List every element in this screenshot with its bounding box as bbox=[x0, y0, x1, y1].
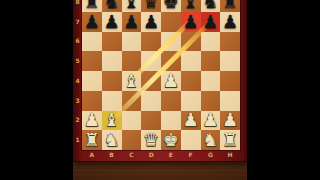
square-e3[interactable] bbox=[161, 91, 181, 111]
square-h5[interactable] bbox=[220, 51, 240, 71]
square-b6[interactable] bbox=[102, 32, 122, 52]
square-h3[interactable] bbox=[220, 91, 240, 111]
piece-white-queen-d1[interactable]: ♛ bbox=[141, 130, 161, 150]
pillarbox-right bbox=[247, 0, 320, 180]
file-label-H: H bbox=[224, 151, 236, 158]
file-label-C: C bbox=[125, 151, 137, 158]
piece-white-rook-h1[interactable]: ♜ bbox=[220, 130, 240, 150]
piece-black-pawn-b7[interactable]: ♟ bbox=[102, 12, 122, 32]
square-c4[interactable]: ♝ bbox=[122, 71, 142, 91]
square-b7[interactable]: ♟ bbox=[102, 12, 122, 32]
square-g3[interactable] bbox=[201, 91, 221, 111]
square-f1[interactable] bbox=[181, 130, 201, 150]
video-content: ♜♞♝♛♚♝♞♜♟♟♟♟♟♟♟♝♟♟♝♟♟♟♜♞♛♚♞♜ 87654321ABC… bbox=[73, 0, 249, 180]
piece-black-rook-h8[interactable]: ♜ bbox=[220, 0, 240, 12]
piece-black-knight-g8[interactable]: ♞ bbox=[201, 0, 221, 12]
square-g5[interactable] bbox=[201, 51, 221, 71]
board-frame: ♜♞♝♛♚♝♞♜♟♟♟♟♟♟♟♝♟♟♝♟♟♟♜♞♛♚♞♜ 87654321ABC… bbox=[73, 0, 249, 162]
square-f8[interactable]: ♝ bbox=[181, 0, 201, 12]
square-f4[interactable] bbox=[181, 71, 201, 91]
square-d1[interactable]: ♛ bbox=[141, 130, 161, 150]
square-h4[interactable] bbox=[220, 71, 240, 91]
piece-white-pawn-e4[interactable]: ♟ bbox=[161, 71, 181, 91]
piece-black-bishop-f8[interactable]: ♝ bbox=[181, 0, 201, 12]
square-f2[interactable]: ♟ bbox=[181, 111, 201, 131]
piece-black-knight-b8[interactable]: ♞ bbox=[102, 0, 122, 12]
piece-white-rook-a1[interactable]: ♜ bbox=[82, 130, 102, 150]
rank-label-4: 4 bbox=[73, 77, 82, 84]
square-f7[interactable]: ♟ bbox=[181, 12, 201, 32]
piece-black-rook-a8[interactable]: ♜ bbox=[82, 0, 102, 12]
piece-black-pawn-h7[interactable]: ♟ bbox=[220, 12, 240, 32]
piece-black-pawn-g7[interactable]: ♟ bbox=[201, 12, 221, 32]
square-a5[interactable] bbox=[82, 51, 102, 71]
square-d8[interactable]: ♛ bbox=[141, 0, 161, 12]
square-e1[interactable]: ♚ bbox=[161, 130, 181, 150]
piece-black-pawn-f7[interactable]: ♟ bbox=[181, 12, 201, 32]
piece-black-king-e8[interactable]: ♚ bbox=[161, 0, 181, 12]
piece-white-pawn-g2[interactable]: ♟ bbox=[201, 111, 221, 131]
square-b1[interactable]: ♞ bbox=[102, 130, 122, 150]
square-c6[interactable] bbox=[122, 32, 142, 52]
square-d3[interactable] bbox=[141, 91, 161, 111]
square-h8[interactable]: ♜ bbox=[220, 0, 240, 12]
piece-white-knight-b1[interactable]: ♞ bbox=[102, 130, 122, 150]
piece-white-pawn-f2[interactable]: ♟ bbox=[181, 111, 201, 131]
file-label-A: A bbox=[86, 151, 98, 158]
piece-white-king-e1[interactable]: ♚ bbox=[161, 130, 181, 150]
rank-label-6: 6 bbox=[73, 37, 82, 44]
square-c7[interactable]: ♟ bbox=[122, 12, 142, 32]
file-label-D: D bbox=[145, 151, 157, 158]
square-h6[interactable] bbox=[220, 32, 240, 52]
square-g1[interactable]: ♞ bbox=[201, 130, 221, 150]
rank-label-8: 8 bbox=[73, 0, 82, 5]
file-label-E: E bbox=[165, 151, 177, 158]
square-h1[interactable]: ♜ bbox=[220, 130, 240, 150]
square-b3[interactable] bbox=[102, 91, 122, 111]
piece-black-bishop-c8[interactable]: ♝ bbox=[122, 0, 142, 12]
square-h7[interactable]: ♟ bbox=[220, 12, 240, 32]
square-b4[interactable] bbox=[102, 71, 122, 91]
square-e8[interactable]: ♚ bbox=[161, 0, 181, 12]
square-g2[interactable]: ♟ bbox=[201, 111, 221, 131]
square-g7[interactable]: ♟ bbox=[201, 12, 221, 32]
file-label-G: G bbox=[204, 151, 216, 158]
piece-white-pawn-h2[interactable]: ♟ bbox=[220, 111, 240, 131]
square-a7[interactable]: ♟ bbox=[82, 12, 102, 32]
square-c8[interactable]: ♝ bbox=[122, 0, 142, 12]
piece-white-pawn-a2[interactable]: ♟ bbox=[82, 111, 102, 131]
chess-board[interactable]: ♜♞♝♛♚♝♞♜♟♟♟♟♟♟♟♝♟♟♝♟♟♟♜♞♛♚♞♜ bbox=[82, 0, 240, 150]
piece-black-queen-d8[interactable]: ♛ bbox=[141, 0, 161, 12]
square-f5[interactable] bbox=[181, 51, 201, 71]
square-a1[interactable]: ♜ bbox=[82, 130, 102, 150]
file-label-B: B bbox=[106, 151, 118, 158]
piece-white-bishop-c4[interactable]: ♝ bbox=[122, 71, 142, 91]
file-label-F: F bbox=[185, 151, 197, 158]
square-h2[interactable]: ♟ bbox=[220, 111, 240, 131]
pillarbox-left bbox=[0, 0, 73, 180]
square-a8[interactable]: ♜ bbox=[82, 0, 102, 12]
square-c1[interactable] bbox=[122, 130, 142, 150]
piece-black-pawn-a7[interactable]: ♟ bbox=[82, 12, 102, 32]
square-a6[interactable] bbox=[82, 32, 102, 52]
square-c2[interactable] bbox=[122, 111, 142, 131]
square-a2[interactable]: ♟ bbox=[82, 111, 102, 131]
rank-label-5: 5 bbox=[73, 57, 82, 64]
square-g4[interactable] bbox=[201, 71, 221, 91]
piece-white-bishop-b2[interactable]: ♝ bbox=[102, 111, 122, 131]
rank-label-3: 3 bbox=[73, 97, 82, 104]
square-e2[interactable] bbox=[161, 111, 181, 131]
square-d7[interactable]: ♟ bbox=[141, 12, 161, 32]
rank-label-2: 2 bbox=[73, 116, 82, 123]
square-g6[interactable] bbox=[201, 32, 221, 52]
piece-black-pawn-c7[interactable]: ♟ bbox=[122, 12, 142, 32]
piece-black-pawn-d7[interactable]: ♟ bbox=[141, 12, 161, 32]
square-a3[interactable] bbox=[82, 91, 102, 111]
piece-white-knight-g1[interactable]: ♞ bbox=[201, 130, 221, 150]
square-d2[interactable] bbox=[141, 111, 161, 131]
rank-label-1: 1 bbox=[73, 136, 82, 143]
square-b5[interactable] bbox=[102, 51, 122, 71]
square-b8[interactable]: ♞ bbox=[102, 0, 122, 12]
rank-label-7: 7 bbox=[73, 18, 82, 25]
square-e4[interactable]: ♟ bbox=[161, 71, 181, 91]
square-a4[interactable] bbox=[82, 71, 102, 91]
square-g8[interactable]: ♞ bbox=[201, 0, 221, 12]
square-f3[interactable] bbox=[181, 91, 201, 111]
square-b2[interactable]: ♝ bbox=[102, 111, 122, 131]
